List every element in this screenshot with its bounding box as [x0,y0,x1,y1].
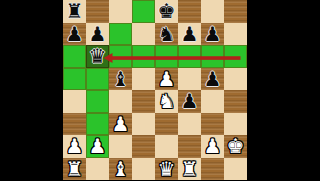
square-c7[interactable] [109,23,132,46]
white-pawn[interactable]: ♟ [109,113,132,136]
square-d8[interactable] [132,0,155,23]
square-b8[interactable] [86,0,109,23]
white-pawn[interactable]: ♟ [155,68,178,91]
chess-board: ♜♚♟♟♞♟♟♛♝♟♟♞♟♟♟♟♟♚♜♝♛♜ [63,0,247,180]
square-h3[interactable] [224,113,247,136]
black-king[interactable]: ♚ [155,0,178,23]
square-h4[interactable] [224,90,247,113]
square-a2[interactable]: ♟ [63,135,86,158]
square-f8[interactable] [178,0,201,23]
white-queen[interactable]: ♛ [155,158,178,181]
black-pawn[interactable]: ♟ [63,23,86,46]
square-e2[interactable] [155,135,178,158]
square-e7[interactable]: ♞ [155,23,178,46]
square-h6[interactable] [224,45,247,68]
square-b4[interactable] [86,90,109,113]
square-h8[interactable] [224,0,247,23]
square-a3[interactable] [63,113,86,136]
square-f5[interactable] [178,68,201,91]
white-king[interactable]: ♚ [224,135,247,158]
square-b6[interactable]: ♛ [86,45,109,68]
square-g1[interactable] [201,158,224,181]
square-c8[interactable] [109,0,132,23]
app-background: ♜♚♟♟♞♟♟♛♝♟♟♞♟♟♟♟♟♚♜♝♛♜ [0,0,320,180]
white-bishop[interactable]: ♝ [109,158,132,181]
white-knight[interactable]: ♞ [155,90,178,113]
square-h2[interactable]: ♚ [224,135,247,158]
square-d7[interactable] [132,23,155,46]
square-b7[interactable]: ♟ [86,23,109,46]
black-queen[interactable]: ♛ [86,45,109,68]
square-e4[interactable]: ♞ [155,90,178,113]
square-f2[interactable] [178,135,201,158]
square-d5[interactable] [132,68,155,91]
black-pawn[interactable]: ♟ [201,68,224,91]
black-pawn[interactable]: ♟ [178,23,201,46]
square-c4[interactable] [109,90,132,113]
square-e8[interactable]: ♚ [155,0,178,23]
square-g3[interactable] [201,113,224,136]
square-a6[interactable] [63,45,86,68]
white-pawn[interactable]: ♟ [63,135,86,158]
square-g5[interactable]: ♟ [201,68,224,91]
square-b2[interactable]: ♟ [86,135,109,158]
square-g6[interactable] [201,45,224,68]
black-bishop[interactable]: ♝ [109,68,132,91]
white-pawn[interactable]: ♟ [201,135,224,158]
square-h5[interactable] [224,68,247,91]
square-g7[interactable]: ♟ [201,23,224,46]
black-knight[interactable]: ♞ [155,23,178,46]
square-d2[interactable] [132,135,155,158]
square-g2[interactable]: ♟ [201,135,224,158]
square-a7[interactable]: ♟ [63,23,86,46]
square-b1[interactable] [86,158,109,181]
black-pawn[interactable]: ♟ [86,23,109,46]
black-rook[interactable]: ♜ [63,0,86,23]
black-pawn[interactable]: ♟ [178,90,201,113]
square-c3[interactable]: ♟ [109,113,132,136]
square-e6[interactable] [155,45,178,68]
square-e5[interactable]: ♟ [155,68,178,91]
square-e1[interactable]: ♛ [155,158,178,181]
square-a8[interactable]: ♜ [63,0,86,23]
square-a4[interactable] [63,90,86,113]
white-rook[interactable]: ♜ [63,158,86,181]
square-h1[interactable] [224,158,247,181]
square-a5[interactable] [63,68,86,91]
square-f3[interactable] [178,113,201,136]
square-d1[interactable] [132,158,155,181]
square-f6[interactable] [178,45,201,68]
square-b5[interactable] [86,68,109,91]
white-pawn[interactable]: ♟ [86,135,109,158]
black-pawn[interactable]: ♟ [201,23,224,46]
square-d3[interactable] [132,113,155,136]
square-d4[interactable] [132,90,155,113]
square-c2[interactable] [109,135,132,158]
square-c6[interactable] [109,45,132,68]
square-f4[interactable]: ♟ [178,90,201,113]
square-g8[interactable] [201,0,224,23]
square-f1[interactable]: ♜ [178,158,201,181]
square-c1[interactable]: ♝ [109,158,132,181]
square-e3[interactable] [155,113,178,136]
square-g4[interactable] [201,90,224,113]
square-c5[interactable]: ♝ [109,68,132,91]
square-d6[interactable] [132,45,155,68]
square-b3[interactable] [86,113,109,136]
white-rook[interactable]: ♜ [178,158,201,181]
square-h7[interactable] [224,23,247,46]
square-f7[interactable]: ♟ [178,23,201,46]
square-a1[interactable]: ♜ [63,158,86,181]
